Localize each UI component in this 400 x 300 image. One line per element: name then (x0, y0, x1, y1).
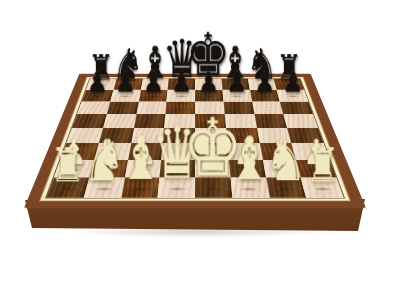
piece-black-pawn: ♟ (143, 68, 164, 96)
square-f1[interactable]: ♝ (230, 178, 269, 198)
piece-black-pawn: ♟ (171, 68, 192, 96)
square-a7[interactable]: ♟ (82, 90, 114, 102)
board-trim-border: ♜♞♝♛♚♝♞♜♟♟♟♟♟♟♟♟♟♟♟♟♟♟♟♟♜♞♝♛♚♝♞♜ (39, 77, 351, 201)
square-h7[interactable]: ♟ (277, 90, 309, 102)
square-d7[interactable]: ♟ (167, 90, 195, 102)
square-g1[interactable]: ♞ (266, 178, 307, 198)
square-h1[interactable]: ♜ (301, 178, 344, 198)
square-a5[interactable] (72, 114, 107, 128)
piece-black-pawn: ♟ (226, 68, 247, 96)
square-b6[interactable] (107, 101, 139, 114)
square-b7[interactable]: ♟ (110, 90, 140, 102)
square-f7[interactable]: ♟ (222, 90, 251, 102)
chess-board: ♜♞♝♛♚♝♞♜♟♟♟♟♟♟♟♟♟♟♟♟♟♟♟♟♜♞♝♛♚♝♞♜ (24, 74, 366, 209)
piece-black-pawn: ♟ (115, 68, 136, 96)
piece-black-pawn: ♟ (254, 68, 275, 96)
chess-set-photo: ♜♞♝♛♚♝♞♜♟♟♟♟♟♟♟♟♟♟♟♟♟♟♟♟♜♞♝♛♚♝♞♜ (0, 0, 400, 300)
piece-white-rook: ♜ (304, 141, 340, 188)
square-c7[interactable]: ♟ (138, 90, 167, 102)
square-g7[interactable]: ♟ (249, 90, 279, 102)
square-h5[interactable] (283, 114, 318, 128)
piece-white-rook: ♜ (50, 141, 86, 188)
square-e7[interactable]: ♟ (195, 90, 223, 102)
square-h6[interactable] (280, 101, 313, 114)
piece-black-pawn: ♟ (198, 68, 219, 96)
square-a6[interactable] (77, 101, 110, 114)
piece-black-pawn: ♟ (282, 68, 303, 96)
square-g6[interactable] (252, 101, 284, 114)
piece-white-knight: ♞ (264, 132, 307, 189)
piece-black-pawn: ♟ (87, 68, 108, 96)
chess-board-grid: ♜♞♝♛♚♝♞♜♟♟♟♟♟♟♟♟♟♟♟♟♟♟♟♟♜♞♝♛♚♝♞♜ (45, 78, 345, 198)
